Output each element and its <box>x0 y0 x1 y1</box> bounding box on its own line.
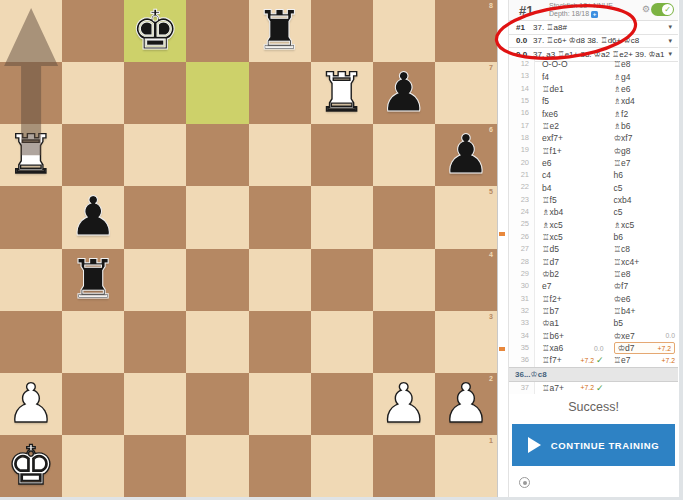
square-e3[interactable] <box>249 311 311 373</box>
move-text: e6 <box>542 158 551 168</box>
move-cell-black[interactable]: ♖b4+ <box>607 305 679 317</box>
correct-check-icon: ✓ <box>596 383 604 393</box>
piece-white-R-a6[interactable]: ♜ <box>0 124 62 186</box>
move-text: ♗g4 <box>614 72 631 82</box>
move-text: e7 <box>542 281 551 291</box>
move-text: b5 <box>614 318 623 328</box>
piece-white-K-a1[interactable]: ♚ <box>0 435 62 497</box>
move-cell-black[interactable]: ♗e6 <box>607 83 679 95</box>
move-number: 32 <box>509 305 535 317</box>
move-text: ♖d7 <box>542 257 559 267</box>
move-cell-white[interactable]: ♔b2 <box>535 268 607 280</box>
eval-value: 0.0 <box>594 345 603 352</box>
move-text: ♔xf7 <box>614 133 633 143</box>
engine-line-moves: 37. ♖c6+ ♔d8 38. ♖d6+ ♔c8 <box>533 36 639 45</box>
square-d3[interactable] <box>186 311 248 373</box>
move-cell-black[interactable] <box>607 382 679 394</box>
move-cell-white[interactable]: ♖b6+ <box>535 330 607 342</box>
success-message: Success! <box>509 400 678 414</box>
engine-toggle[interactable]: ✓ <box>651 3 674 16</box>
play-icon <box>528 437 541 453</box>
engine-line-eval: 0.0 <box>516 36 533 45</box>
rank-label-8: 8 <box>489 2 493 9</box>
move-row-37: 37♖a7++7.2✓ <box>509 382 678 394</box>
square-d7[interactable] <box>186 62 248 124</box>
square-c4[interactable] <box>124 249 186 311</box>
move-cell-white[interactable]: ♖e2 <box>535 120 607 132</box>
move-list: 12O-O-O♖e813f4♗g414♖de1♗e615f5♗xd416fxe6… <box>509 58 678 394</box>
square-e4[interactable] <box>249 249 311 311</box>
engine-lines: #137. ♖a8#▾0.037. ♖c6+ ♔d8 38. ♖d6+ ♔c8▾… <box>509 21 678 62</box>
square-h7[interactable] <box>435 62 497 124</box>
move-row-36: 36♖f7++7.2✓♖e7+7.2 <box>509 354 678 366</box>
engine-line-1[interactable]: #137. ♖a8#▾ <box>509 21 678 35</box>
move-row-18: 18exf7+♔xf7 <box>509 132 678 144</box>
file-label-b: b <box>64 488 68 495</box>
move-cell-black[interactable]: ♗xd4 <box>607 95 679 107</box>
file-label-g: g <box>375 488 379 495</box>
engine-name: Stockfish 13+ NNUE <box>549 2 613 10</box>
square-g5[interactable] <box>373 186 435 248</box>
continue-training-label: CONTINUE TRAINING <box>551 440 659 451</box>
engine-meta: Stockfish 13+ NNUE Depth: 18/18 + <box>549 2 613 18</box>
move-cell-white[interactable]: ♖d7 <box>535 256 607 268</box>
move-cell-white[interactable]: ♖f5 <box>535 194 607 206</box>
move-text: ♗xd4 <box>614 96 635 106</box>
piece-white-P-a2[interactable]: ♟ <box>0 373 62 435</box>
move-number: 13 <box>509 70 535 82</box>
eval-value: 0.0 <box>666 332 675 339</box>
move-cell-white[interactable]: O-O-O <box>535 58 607 70</box>
move-row-35: 35♖xa60.0♔d7+7.2 <box>509 342 678 354</box>
window-border <box>679 0 683 500</box>
chess-board[interactable]: ♚♜♜♟♟♜♟♜♟♟♟♚87654321abcdefgh <box>0 0 497 497</box>
move-list-scrollbar[interactable] <box>497 0 509 497</box>
rank-label-4: 4 <box>489 251 493 258</box>
move-cell-black[interactable]: ♔xe70.0 <box>607 330 679 342</box>
move-row-28: 28♖d7♖xc4+ <box>509 256 678 268</box>
move-text: ♖e8 <box>614 269 631 279</box>
square-a7[interactable] <box>0 62 62 124</box>
engine-line-2[interactable]: 0.037. ♖c6+ ♔d8 38. ♖d6+ ♔c8▾ <box>509 35 678 49</box>
file-label-h: h <box>437 488 441 495</box>
move-text: b6 <box>614 232 623 242</box>
move-cell-white[interactable]: ♖f7++7.2✓ <box>535 354 607 366</box>
square-c1[interactable] <box>124 435 186 497</box>
move-row-14: 14♖de1♗e6 <box>509 83 678 95</box>
square-b1[interactable] <box>62 435 124 497</box>
move-cell-black[interactable]: ♔e6 <box>607 293 679 305</box>
square-e6[interactable] <box>249 124 311 186</box>
move-cell-white[interactable]: ♖xa60.0 <box>535 342 607 354</box>
move-cell-white[interactable]: f5 <box>535 95 607 107</box>
square-c7[interactable] <box>124 62 186 124</box>
piece-white-P-g2[interactable]: ♟ <box>373 373 435 435</box>
move-text: ♖e7 <box>614 158 631 168</box>
rank-label-5: 5 <box>489 188 493 195</box>
chevron-down-icon[interactable]: ▾ <box>668 37 672 45</box>
move-row-33: 33♔a1b5 <box>509 317 678 329</box>
move-text: f5 <box>542 96 549 106</box>
piece-white-R-f7[interactable]: ♜ <box>311 62 373 124</box>
move-text: ♖e8 <box>614 59 631 69</box>
move-row-19: 19♖f1+♔g8 <box>509 144 678 156</box>
square-h8[interactable] <box>435 0 497 62</box>
move-text: ♔b2 <box>542 269 559 279</box>
move-cell-black[interactable]: ♖xc4+ <box>607 256 679 268</box>
piece-black-P-b5[interactable]: ♟ <box>62 186 124 248</box>
move-text: cxb4 <box>614 195 632 205</box>
square-g8[interactable] <box>373 0 435 62</box>
move-text: ♗xb4 <box>542 207 563 217</box>
move-text: ♔e6 <box>614 294 631 304</box>
move-number: 27 <box>509 243 535 255</box>
move-cell-white[interactable]: f4 <box>535 70 607 82</box>
analysis-panel: #1 Stockfish 13+ NNUE Depth: 18/18 + ⚙ ✓… <box>509 0 678 497</box>
square-d1[interactable] <box>186 435 248 497</box>
move-cell-black[interactable]: ♖c8 <box>607 243 679 255</box>
move-row-22: 22b4c5 <box>509 181 678 193</box>
square-h5[interactable] <box>435 186 497 248</box>
engine-header: #1 Stockfish 13+ NNUE Depth: 18/18 + ⚙ ✓ <box>509 0 678 21</box>
move-cell-black[interactable]: ♖e7 <box>607 157 679 169</box>
move-cell-white[interactable]: ♖f2+ <box>535 293 607 305</box>
square-a4[interactable] <box>0 249 62 311</box>
move-text: c5 <box>614 207 623 217</box>
move-row-17: 17♖e2♗b6 <box>509 120 678 132</box>
file-label-a: a <box>2 488 6 495</box>
move-cell-black[interactable]: ♔xf7 <box>607 132 679 144</box>
move-text: ♖a7+ <box>542 383 564 393</box>
move-cell-white[interactable]: ♔a1 <box>535 317 607 329</box>
square-b7[interactable] <box>62 62 124 124</box>
engine-depth: Depth: 18/18 <box>549 10 589 18</box>
square-g4[interactable] <box>373 249 435 311</box>
piece-black-K-c8[interactable]: ♚ <box>124 0 186 62</box>
move-number: 15 <box>509 95 535 107</box>
move-cell-white[interactable]: e6 <box>535 157 607 169</box>
move-number: 36 <box>509 354 535 366</box>
square-h1[interactable] <box>435 435 497 497</box>
move-text: fxe6 <box>542 109 558 119</box>
rank-label-6: 6 <box>489 126 493 133</box>
move-cell-black[interactable]: ♔f7 <box>607 280 679 292</box>
move-text: ♗xc5 <box>614 220 635 230</box>
rank-label-1: 1 <box>489 437 493 444</box>
move-text: ♖de1 <box>542 84 564 94</box>
move-text: ♖f5 <box>542 195 557 205</box>
board-settings-icon[interactable] <box>519 477 530 488</box>
move-cell-black[interactable]: ♔d7+7.2 <box>607 342 679 354</box>
move-number: 20 <box>509 157 535 169</box>
piece-black-P-h6[interactable]: ♟ <box>435 124 497 186</box>
file-label-c: c <box>126 488 130 495</box>
eval-value: +7.2 <box>662 357 675 364</box>
square-f2[interactable] <box>311 373 373 435</box>
square-e1[interactable] <box>249 435 311 497</box>
move-cell-white[interactable]: c4 <box>535 169 607 181</box>
move-number: 23 <box>509 194 535 206</box>
move-text: ♖f2+ <box>542 294 562 304</box>
move-text: ♖b7 <box>542 306 559 316</box>
move-number: 14 <box>509 83 535 95</box>
eval-value: +7.2 <box>658 345 671 352</box>
move-number: 30 <box>509 280 535 292</box>
move-cell-white[interactable]: fxe6 <box>535 107 607 119</box>
move-text: b4 <box>542 183 551 193</box>
square-b8[interactable] <box>62 0 124 62</box>
eval-value: +7.2 <box>581 357 594 364</box>
move-cell-black[interactable]: ♖e7+7.2 <box>607 354 679 366</box>
move-number: 26 <box>509 231 535 243</box>
move-number: 17 <box>509 120 535 132</box>
square-a3[interactable] <box>0 311 62 373</box>
move-row-24: 24♗xb4c5 <box>509 206 678 218</box>
move-row-29: 29♔b2♖e8 <box>509 268 678 280</box>
piece-black-P-g7[interactable]: ♟ <box>373 62 435 124</box>
move-cell-black[interactable]: ♗f2 <box>607 107 679 119</box>
square-c6[interactable] <box>124 124 186 186</box>
move-number: 37 <box>509 382 535 394</box>
move-number: 31 <box>509 293 535 305</box>
move-number: 35 <box>509 342 535 354</box>
current-move-box: ♔d7+7.2 <box>614 342 676 355</box>
move-number: 28 <box>509 256 535 268</box>
move-text: ♔d7 <box>618 343 635 353</box>
move-text: h6 <box>614 170 623 180</box>
file-label-e: e <box>251 488 255 495</box>
move-text: ♗b6 <box>614 121 631 131</box>
file-label-f: f <box>313 488 315 495</box>
move-text: ♖xa6 <box>542 343 563 353</box>
rank-label-2: 2 <box>489 375 493 382</box>
move-number: 34 <box>509 330 535 342</box>
move-row-32: 32♖b7♖b4+ <box>509 305 678 317</box>
rank-label-3: 3 <box>489 313 493 320</box>
engine-line-moves: 37. ♖a8# <box>533 23 567 32</box>
continue-training-button[interactable]: CONTINUE TRAINING <box>512 424 675 466</box>
move-cell-white[interactable]: ♗xb4 <box>535 206 607 218</box>
move-number: 22 <box>509 181 535 193</box>
move-text: ♖xc5 <box>542 232 563 242</box>
chevron-down-icon[interactable]: ▾ <box>668 23 672 31</box>
move-cell-black[interactable]: c5 <box>607 181 679 193</box>
move-number: 21 <box>509 169 535 181</box>
move-text: ♗e6 <box>614 84 631 94</box>
move-text: c5 <box>614 183 623 193</box>
move-row-16: 16fxe6♗f2 <box>509 107 678 119</box>
move-cell-white[interactable]: exf7+ <box>535 132 607 144</box>
move-text: ♔a1 <box>542 318 559 328</box>
move-row-25: 25♗xc5♗xc5 <box>509 218 678 230</box>
move-cell-black[interactable]: cxb4 <box>607 194 679 206</box>
square-e5[interactable] <box>249 186 311 248</box>
move-cell-white[interactable]: ♖b7 <box>535 305 607 317</box>
move-text: ♗f2 <box>614 109 629 119</box>
rank-label-7: 7 <box>489 64 493 71</box>
piece-black-R-b4[interactable]: ♜ <box>62 249 124 311</box>
square-h3[interactable] <box>435 311 497 373</box>
move-cell-black[interactable]: ♔g8 <box>607 144 679 156</box>
square-e2[interactable] <box>249 373 311 435</box>
square-d5[interactable] <box>186 186 248 248</box>
best-move-rank: #1 <box>519 3 533 18</box>
move-cell-black[interactable]: ♖e8 <box>607 58 679 70</box>
move-text: O-O-O <box>542 59 568 69</box>
move-row-12: 12O-O-O♖e8 <box>509 58 678 70</box>
move-text: ♔f7 <box>614 281 629 291</box>
square-a5[interactable] <box>0 186 62 248</box>
move-text: f4 <box>542 72 549 82</box>
mistake-tick <box>499 232 505 236</box>
move-text: ♔xe7 <box>614 331 635 341</box>
chevron-down-icon[interactable]: ▾ <box>668 50 672 58</box>
move-cell-black[interactable]: c5 <box>607 206 679 218</box>
square-c5[interactable] <box>124 186 186 248</box>
piece-black-R-e8[interactable]: ♜ <box>249 0 311 62</box>
square-d2[interactable] <box>186 373 248 435</box>
move-cell-white[interactable]: ♗xc5 <box>535 218 607 230</box>
move-cell-black[interactable]: ♗xc5 <box>607 218 679 230</box>
move-number: 19 <box>509 144 535 156</box>
move-row-15: 15f5♗xd4 <box>509 95 678 107</box>
square-e7[interactable] <box>249 62 311 124</box>
move-cell-black[interactable]: b6 <box>607 231 679 243</box>
move-number: 29 <box>509 268 535 280</box>
engine-line-eval: #1 <box>516 23 533 32</box>
square-g3[interactable] <box>373 311 435 373</box>
square-f8[interactable] <box>311 0 373 62</box>
move-cell-white[interactable]: ♖a7++7.2✓ <box>535 382 607 394</box>
gear-icon[interactable]: ⚙ <box>642 4 650 14</box>
move-number: 16 <box>509 107 535 119</box>
move-row-13: 13f4♗g4 <box>509 70 678 82</box>
eval-value: +7.2 <box>581 384 594 391</box>
depth-expand-icon[interactable]: + <box>591 11 598 18</box>
move-row-26: 26♖xc5b6 <box>509 231 678 243</box>
move-cell-white[interactable]: b4 <box>535 181 607 193</box>
move-cell-black[interactable]: b5 <box>607 317 679 329</box>
square-b3[interactable] <box>62 311 124 373</box>
move-number: 24 <box>509 206 535 218</box>
move-text: ♖f1+ <box>542 146 562 156</box>
move-row-27: 27♖d5♖c8 <box>509 243 678 255</box>
move-number: 33 <box>509 317 535 329</box>
move-number: 12 <box>509 58 535 70</box>
move-row-23: 23♖f5cxb4 <box>509 194 678 206</box>
mistake-tick <box>499 347 505 351</box>
move-row-34: 34♖b6+♔xe70.0 <box>509 330 678 342</box>
move-text: exf7+ <box>542 133 563 143</box>
move-cell-black[interactable]: ♗b6 <box>607 120 679 132</box>
move-cell-white[interactable]: ♖xc5 <box>535 231 607 243</box>
move-number: 25 <box>509 218 535 230</box>
move-cell-white[interactable]: ♖de1 <box>535 83 607 95</box>
move-text: ♖e7 <box>614 355 631 365</box>
move-row-20: 20e6♖e7 <box>509 157 678 169</box>
correct-check-icon: ✓ <box>596 355 604 365</box>
square-f4[interactable] <box>311 249 373 311</box>
move-cell-white[interactable]: ♖d5 <box>535 243 607 255</box>
move-cell-black[interactable]: ♖e8 <box>607 268 679 280</box>
file-label-d: d <box>188 488 192 495</box>
move-cell-black[interactable]: ♗g4 <box>607 70 679 82</box>
square-f5[interactable] <box>311 186 373 248</box>
piece-white-P-h2[interactable]: ♟ <box>435 373 497 435</box>
square-g1[interactable] <box>373 435 435 497</box>
square-g6[interactable] <box>373 124 435 186</box>
square-c2[interactable] <box>124 373 186 435</box>
move-text: ♖d5 <box>542 244 559 254</box>
square-b6[interactable] <box>62 124 124 186</box>
move-text: ♖b4+ <box>614 306 636 316</box>
square-h4[interactable] <box>435 249 497 311</box>
square-f1[interactable] <box>311 435 373 497</box>
move-cell-white[interactable]: e7 <box>535 280 607 292</box>
move-text: ♖xc4+ <box>614 257 640 267</box>
square-d8[interactable] <box>186 0 248 62</box>
move-row-31: 31♖f2+♔e6 <box>509 293 678 305</box>
move-cell-white[interactable]: ♖f1+ <box>535 144 607 156</box>
toggle-check-icon: ✓ <box>662 4 673 15</box>
move-text: c4 <box>542 170 551 180</box>
played-move-row[interactable]: 36...♔c8 <box>509 367 678 382</box>
square-d6[interactable] <box>186 124 248 186</box>
square-b2[interactable] <box>62 373 124 435</box>
move-row-21: 21c4h6 <box>509 169 678 181</box>
square-a8[interactable] <box>0 0 62 62</box>
move-number: 18 <box>509 132 535 144</box>
move-text: ♖c8 <box>614 244 631 254</box>
square-c3[interactable] <box>124 311 186 373</box>
move-text: ♗xc5 <box>542 220 563 230</box>
move-text: ♔g8 <box>614 146 631 156</box>
move-text: ♖f7+ <box>542 355 562 365</box>
move-row-30: 30e7♔f7 <box>509 280 678 292</box>
move-text: ♖b6+ <box>542 331 564 341</box>
move-text: ♖e2 <box>542 121 559 131</box>
square-f3[interactable] <box>311 311 373 373</box>
square-d4[interactable] <box>186 249 248 311</box>
last-move-highlight <box>186 62 248 124</box>
square-f6[interactable] <box>311 124 373 186</box>
move-cell-black[interactable]: h6 <box>607 169 679 181</box>
